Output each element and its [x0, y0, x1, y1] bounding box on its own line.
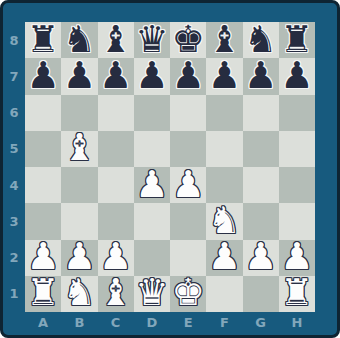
- square-e2[interactable]: [170, 240, 206, 276]
- square-h4[interactable]: [279, 167, 315, 203]
- square-d4[interactable]: ♟: [134, 167, 170, 203]
- chess-board-frame: 87654321 ♜♞♝♛♚♝♞♜♟♟♟♟♟♟♟♟♝♟♟♞♟♟♟♟♟♟♜♞♝♛♚…: [0, 0, 340, 338]
- white-rook-piece[interactable]: ♜: [280, 276, 313, 312]
- file-labels: ABCDEFGH: [25, 312, 315, 333]
- black-bishop-piece[interactable]: ♝: [99, 22, 132, 58]
- rank-labels: 87654321: [3, 22, 25, 312]
- white-pawn-piece[interactable]: ♟: [280, 240, 313, 276]
- chess-board: ♜♞♝♛♚♝♞♜♟♟♟♟♟♟♟♟♝♟♟♞♟♟♟♟♟♟♜♞♝♛♚♜: [25, 22, 315, 312]
- square-e3[interactable]: [170, 203, 206, 239]
- square-f2[interactable]: ♟: [206, 240, 242, 276]
- rank-label-1: 1: [3, 276, 25, 312]
- white-pawn-piece[interactable]: ♟: [208, 240, 241, 276]
- white-queen-piece[interactable]: ♛: [135, 276, 168, 312]
- square-f1[interactable]: [206, 276, 242, 312]
- black-knight-piece[interactable]: ♞: [63, 22, 96, 58]
- square-b1[interactable]: ♞: [61, 276, 97, 312]
- black-rook-piece[interactable]: ♜: [27, 22, 60, 58]
- square-a3[interactable]: [25, 203, 61, 239]
- black-king-piece[interactable]: ♚: [172, 22, 205, 58]
- black-pawn-piece[interactable]: ♟: [244, 58, 277, 94]
- square-a1[interactable]: ♜: [25, 276, 61, 312]
- square-c5[interactable]: [98, 131, 134, 167]
- file-label-g: G: [243, 312, 279, 333]
- square-e4[interactable]: ♟: [170, 167, 206, 203]
- square-c2[interactable]: ♟: [98, 240, 134, 276]
- black-pawn-piece[interactable]: ♟: [208, 58, 241, 94]
- square-a8[interactable]: ♜: [25, 22, 61, 58]
- square-d7[interactable]: ♟: [134, 58, 170, 94]
- white-bishop-piece[interactable]: ♝: [99, 276, 132, 312]
- file-label-b: B: [61, 312, 97, 333]
- file-label-f: F: [206, 312, 242, 333]
- white-knight-piece[interactable]: ♞: [63, 276, 96, 312]
- square-d1[interactable]: ♛: [134, 276, 170, 312]
- square-f8[interactable]: ♝: [206, 22, 242, 58]
- square-d8[interactable]: ♛: [134, 22, 170, 58]
- square-c6[interactable]: [98, 95, 134, 131]
- black-pawn-piece[interactable]: ♟: [63, 58, 96, 94]
- white-pawn-piece[interactable]: ♟: [27, 240, 60, 276]
- rank-label-8: 8: [3, 22, 25, 58]
- file-label-d: D: [134, 312, 170, 333]
- square-e1[interactable]: ♚: [170, 276, 206, 312]
- black-pawn-piece[interactable]: ♟: [172, 58, 205, 94]
- square-b2[interactable]: ♟: [61, 240, 97, 276]
- square-g2[interactable]: ♟: [243, 240, 279, 276]
- square-e6[interactable]: [170, 95, 206, 131]
- square-h8[interactable]: ♜: [279, 22, 315, 58]
- square-a7[interactable]: ♟: [25, 58, 61, 94]
- file-label-h: H: [279, 312, 315, 333]
- black-pawn-piece[interactable]: ♟: [135, 58, 168, 94]
- square-b7[interactable]: ♟: [61, 58, 97, 94]
- square-h5[interactable]: [279, 131, 315, 167]
- white-rook-piece[interactable]: ♜: [27, 276, 60, 312]
- black-pawn-piece[interactable]: ♟: [280, 58, 313, 94]
- white-knight-piece[interactable]: ♞: [208, 203, 241, 239]
- square-c7[interactable]: ♟: [98, 58, 134, 94]
- square-a5[interactable]: [25, 131, 61, 167]
- file-label-e: E: [170, 312, 206, 333]
- square-b4[interactable]: [61, 167, 97, 203]
- square-c8[interactable]: ♝: [98, 22, 134, 58]
- square-h6[interactable]: [279, 95, 315, 131]
- square-h2[interactable]: ♟: [279, 240, 315, 276]
- white-pawn-piece[interactable]: ♟: [244, 240, 277, 276]
- square-d2[interactable]: [134, 240, 170, 276]
- square-d6[interactable]: [134, 95, 170, 131]
- black-pawn-piece[interactable]: ♟: [27, 58, 60, 94]
- square-g5[interactable]: [243, 131, 279, 167]
- rank-label-2: 2: [3, 240, 25, 276]
- square-c4[interactable]: [98, 167, 134, 203]
- square-d5[interactable]: [134, 131, 170, 167]
- square-f5[interactable]: [206, 131, 242, 167]
- square-h7[interactable]: ♟: [279, 58, 315, 94]
- black-queen-piece[interactable]: ♛: [135, 22, 168, 58]
- white-pawn-piece[interactable]: ♟: [99, 240, 132, 276]
- square-h1[interactable]: ♜: [279, 276, 315, 312]
- square-d3[interactable]: [134, 203, 170, 239]
- square-b5[interactable]: ♝: [61, 131, 97, 167]
- file-label-c: C: [98, 312, 134, 333]
- square-f4[interactable]: [206, 167, 242, 203]
- square-g1[interactable]: [243, 276, 279, 312]
- square-g4[interactable]: [243, 167, 279, 203]
- square-g8[interactable]: ♞: [243, 22, 279, 58]
- rank-label-4: 4: [3, 167, 25, 203]
- square-f3[interactable]: ♞: [206, 203, 242, 239]
- square-a4[interactable]: [25, 167, 61, 203]
- square-c3[interactable]: [98, 203, 134, 239]
- square-g7[interactable]: ♟: [243, 58, 279, 94]
- black-pawn-piece[interactable]: ♟: [99, 58, 132, 94]
- square-e7[interactable]: ♟: [170, 58, 206, 94]
- rank-label-3: 3: [3, 203, 25, 239]
- black-rook-piece[interactable]: ♜: [280, 22, 313, 58]
- square-f6[interactable]: [206, 95, 242, 131]
- file-label-a: A: [25, 312, 61, 333]
- square-e5[interactable]: [170, 131, 206, 167]
- square-a6[interactable]: [25, 95, 61, 131]
- black-knight-piece[interactable]: ♞: [244, 22, 277, 58]
- square-b8[interactable]: ♞: [61, 22, 97, 58]
- square-e8[interactable]: ♚: [170, 22, 206, 58]
- square-f7[interactable]: ♟: [206, 58, 242, 94]
- white-king-piece[interactable]: ♚: [172, 276, 205, 312]
- white-pawn-piece[interactable]: ♟: [63, 240, 96, 276]
- black-bishop-piece[interactable]: ♝: [208, 22, 241, 58]
- rank-label-6: 6: [3, 95, 25, 131]
- square-g3[interactable]: [243, 203, 279, 239]
- white-pawn-piece[interactable]: ♟: [135, 167, 168, 203]
- rank-label-7: 7: [3, 58, 25, 94]
- white-pawn-piece[interactable]: ♟: [172, 167, 205, 203]
- square-g6[interactable]: [243, 95, 279, 131]
- square-a2[interactable]: ♟: [25, 240, 61, 276]
- square-c1[interactable]: ♝: [98, 276, 134, 312]
- rank-label-5: 5: [3, 131, 25, 167]
- square-b6[interactable]: [61, 95, 97, 131]
- square-h3[interactable]: [279, 203, 315, 239]
- square-b3[interactable]: [61, 203, 97, 239]
- white-bishop-piece[interactable]: ♝: [63, 131, 96, 167]
